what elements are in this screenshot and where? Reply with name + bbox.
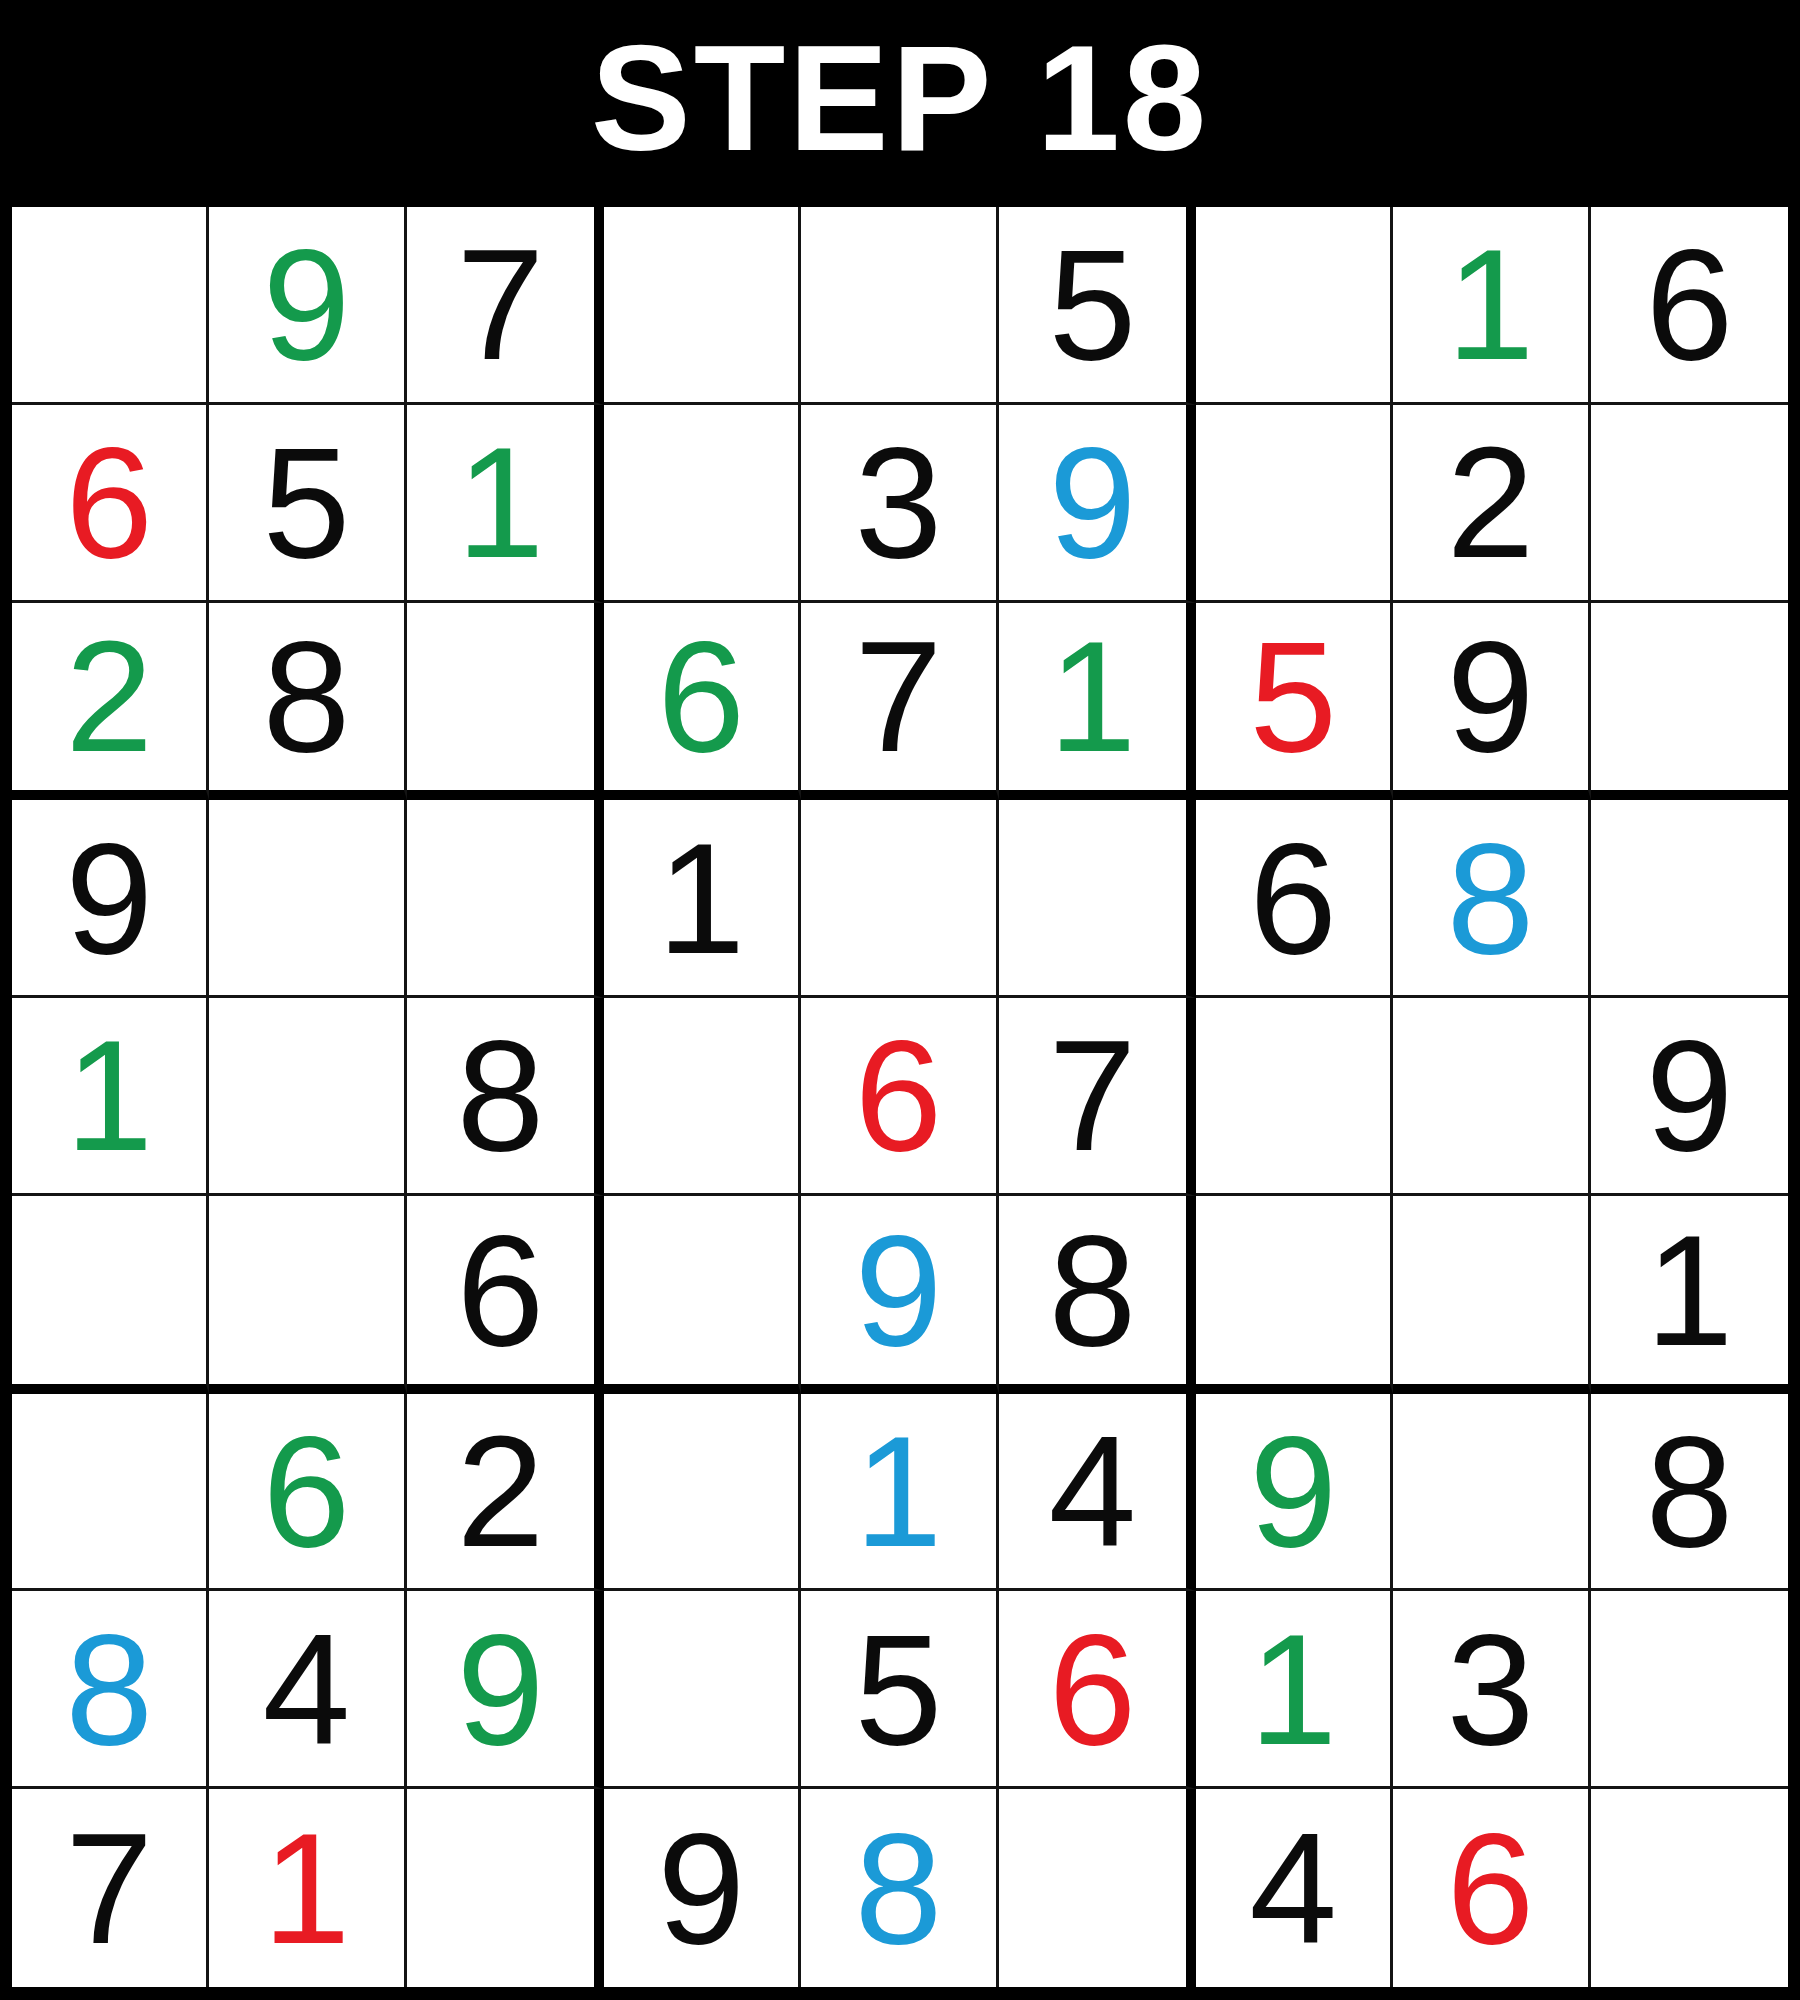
cell-r2c2[interactable]: 5: [209, 405, 406, 603]
cell-r1c1[interactable]: [12, 207, 209, 405]
cell-r5c3[interactable]: 8: [407, 998, 604, 1196]
cell-r9c9[interactable]: [1591, 1789, 1788, 1987]
cell-r7c9[interactable]: 8: [1591, 1394, 1788, 1592]
cell-r6c7[interactable]: [1196, 1196, 1393, 1394]
step-title: STEP 18: [591, 23, 1210, 173]
cell-r3c1[interactable]: 2: [12, 603, 209, 801]
cell-r2c7[interactable]: [1196, 405, 1393, 603]
step-header: STEP 18: [0, 0, 1800, 196]
cell-r9c8[interactable]: 6: [1393, 1789, 1590, 1987]
cell-r9c1[interactable]: 7: [12, 1789, 209, 1987]
cell-r8c9[interactable]: [1591, 1591, 1788, 1789]
cell-r6c3[interactable]: 6: [407, 1196, 604, 1394]
cell-r5c4[interactable]: [604, 998, 801, 1196]
sudoku-page: STEP 18 97516651392286715991681867969816…: [0, 0, 1800, 2000]
cell-r9c4[interactable]: 9: [604, 1789, 801, 1987]
cell-r4c3[interactable]: [407, 800, 604, 998]
cell-r2c9[interactable]: [1591, 405, 1788, 603]
sudoku-board: 9751665139228671599168186796981621498849…: [12, 207, 1788, 1987]
cell-r8c4[interactable]: [604, 1591, 801, 1789]
cell-r3c4[interactable]: 6: [604, 603, 801, 801]
cell-r5c2[interactable]: [209, 998, 406, 1196]
cell-r1c3[interactable]: 7: [407, 207, 604, 405]
cell-r7c4[interactable]: [604, 1394, 801, 1592]
cell-r8c2[interactable]: 4: [209, 1591, 406, 1789]
cell-r2c3[interactable]: 1: [407, 405, 604, 603]
cell-r3c9[interactable]: [1591, 603, 1788, 801]
cell-r1c7[interactable]: [1196, 207, 1393, 405]
cell-r1c4[interactable]: [604, 207, 801, 405]
cell-r5c6[interactable]: 7: [999, 998, 1196, 1196]
cell-r8c3[interactable]: 9: [407, 1591, 604, 1789]
cell-r9c7[interactable]: 4: [1196, 1789, 1393, 1987]
cell-r4c5[interactable]: [801, 800, 998, 998]
cell-r3c5[interactable]: 7: [801, 603, 998, 801]
cell-r6c4[interactable]: [604, 1196, 801, 1394]
cell-r6c6[interactable]: 8: [999, 1196, 1196, 1394]
cell-r5c7[interactable]: [1196, 998, 1393, 1196]
cell-r8c7[interactable]: 1: [1196, 1591, 1393, 1789]
cell-r8c5[interactable]: 5: [801, 1591, 998, 1789]
cell-r4c2[interactable]: [209, 800, 406, 998]
cell-r5c9[interactable]: 9: [1591, 998, 1788, 1196]
cell-r7c7[interactable]: 9: [1196, 1394, 1393, 1592]
cell-r1c6[interactable]: 5: [999, 207, 1196, 405]
cell-r5c8[interactable]: [1393, 998, 1590, 1196]
cell-r4c7[interactable]: 6: [1196, 800, 1393, 998]
cell-r2c1[interactable]: 6: [12, 405, 209, 603]
cell-r6c2[interactable]: [209, 1196, 406, 1394]
cell-r4c4[interactable]: 1: [604, 800, 801, 998]
cell-r4c6[interactable]: [999, 800, 1196, 998]
cell-r1c9[interactable]: 6: [1591, 207, 1788, 405]
cell-r6c1[interactable]: [12, 1196, 209, 1394]
cell-r5c5[interactable]: 6: [801, 998, 998, 1196]
cell-r9c3[interactable]: [407, 1789, 604, 1987]
cell-r2c5[interactable]: 3: [801, 405, 998, 603]
cell-r7c2[interactable]: 6: [209, 1394, 406, 1592]
cell-r1c2[interactable]: 9: [209, 207, 406, 405]
cell-r7c5[interactable]: 1: [801, 1394, 998, 1592]
cell-r5c1[interactable]: 1: [12, 998, 209, 1196]
cell-r7c1[interactable]: [12, 1394, 209, 1592]
cell-r1c8[interactable]: 1: [1393, 207, 1590, 405]
cell-r2c8[interactable]: 2: [1393, 405, 1590, 603]
cell-r3c7[interactable]: 5: [1196, 603, 1393, 801]
cell-r1c5[interactable]: [801, 207, 998, 405]
cell-r6c8[interactable]: [1393, 1196, 1590, 1394]
cell-r6c9[interactable]: 1: [1591, 1196, 1788, 1394]
cell-r9c2[interactable]: 1: [209, 1789, 406, 1987]
cell-r8c6[interactable]: 6: [999, 1591, 1196, 1789]
cell-r3c3[interactable]: [407, 603, 604, 801]
cell-r9c5[interactable]: 8: [801, 1789, 998, 1987]
cell-r3c6[interactable]: 1: [999, 603, 1196, 801]
cell-r7c6[interactable]: 4: [999, 1394, 1196, 1592]
cell-r4c1[interactable]: 9: [12, 800, 209, 998]
cell-r4c8[interactable]: 8: [1393, 800, 1590, 998]
cell-r8c8[interactable]: 3: [1393, 1591, 1590, 1789]
cell-r4c9[interactable]: [1591, 800, 1788, 998]
cell-r7c3[interactable]: 2: [407, 1394, 604, 1592]
cell-r6c5[interactable]: 9: [801, 1196, 998, 1394]
cell-r8c1[interactable]: 8: [12, 1591, 209, 1789]
cell-r3c2[interactable]: 8: [209, 603, 406, 801]
cell-r9c6[interactable]: [999, 1789, 1196, 1987]
board-frame: 9751665139228671599168186796981621498849…: [0, 196, 1800, 2000]
cell-r2c4[interactable]: [604, 405, 801, 603]
cell-r2c6[interactable]: 9: [999, 405, 1196, 603]
cell-r3c8[interactable]: 9: [1393, 603, 1590, 801]
cell-r7c8[interactable]: [1393, 1394, 1590, 1592]
